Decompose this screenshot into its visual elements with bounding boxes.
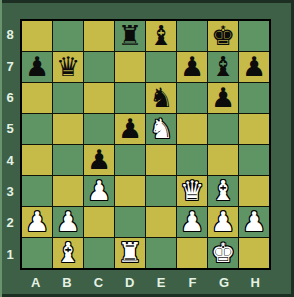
square-f1[interactable] xyxy=(177,238,207,268)
black-knight-e6[interactable]: ♞ xyxy=(149,83,173,113)
square-b2[interactable]: ♟ xyxy=(53,207,83,237)
black-bishop-e8[interactable]: ♝ xyxy=(149,21,173,51)
square-h3[interactable] xyxy=(239,176,269,206)
rank-labels: 87654321 xyxy=(0,19,20,270)
square-d1[interactable]: ♜ xyxy=(115,238,145,268)
black-pawn-g6[interactable]: ♟ xyxy=(211,83,235,113)
square-g3[interactable]: ♝ xyxy=(208,176,238,206)
square-e6[interactable]: ♞ xyxy=(146,83,176,113)
frame-edge-right xyxy=(291,0,294,297)
square-f4[interactable] xyxy=(177,145,207,175)
square-d6[interactable] xyxy=(115,83,145,113)
white-pawn-c3[interactable]: ♟ xyxy=(87,176,111,206)
square-d5[interactable]: ♟ xyxy=(115,114,145,144)
square-e1[interactable] xyxy=(146,238,176,268)
rank-label-4: 4 xyxy=(0,145,20,176)
square-g4[interactable] xyxy=(208,145,238,175)
square-f2[interactable]: ♟ xyxy=(177,207,207,237)
square-a5[interactable] xyxy=(22,114,52,144)
file-label-g: G xyxy=(208,270,239,294)
rank-label-8: 8 xyxy=(0,19,20,50)
square-e4[interactable] xyxy=(146,145,176,175)
square-e2[interactable] xyxy=(146,207,176,237)
black-rook-d8[interactable]: ♜ xyxy=(118,21,142,51)
black-king-g8[interactable]: ♚ xyxy=(211,21,235,51)
file-labels: ABCDEFGH xyxy=(20,270,271,294)
square-f6[interactable] xyxy=(177,83,207,113)
square-f7[interactable]: ♟ xyxy=(177,52,207,82)
square-h2[interactable]: ♟ xyxy=(239,207,269,237)
white-queen-f3[interactable]: ♛ xyxy=(180,176,204,206)
file-label-a: A xyxy=(20,270,51,294)
rank-label-1: 1 xyxy=(0,239,20,270)
square-e3[interactable] xyxy=(146,176,176,206)
square-h1[interactable] xyxy=(239,238,269,268)
square-f3[interactable]: ♛ xyxy=(177,176,207,206)
white-knight-e5[interactable]: ♞ xyxy=(149,114,173,144)
square-f8[interactable] xyxy=(177,21,207,51)
black-pawn-d5[interactable]: ♟ xyxy=(118,114,142,144)
white-king-g1[interactable]: ♚ xyxy=(211,238,235,268)
white-pawn-h2[interactable]: ♟ xyxy=(242,207,266,237)
frame-edge-top xyxy=(0,0,294,3)
black-pawn-c4[interactable]: ♟ xyxy=(87,145,111,175)
square-g2[interactable]: ♟ xyxy=(208,207,238,237)
file-label-c: C xyxy=(83,270,114,294)
white-bishop-b1[interactable]: ♝ xyxy=(56,238,80,268)
white-rook-d1[interactable]: ♜ xyxy=(118,238,142,268)
square-e7[interactable] xyxy=(146,52,176,82)
square-b1[interactable]: ♝ xyxy=(53,238,83,268)
square-c6[interactable] xyxy=(84,83,114,113)
rank-label-5: 5 xyxy=(0,113,20,144)
chess-board[interactable]: ♜♝♚♟♛♟♝♟♞♟♟♞♟♟♛♝♟♟♟♟♟♝♜♚ xyxy=(20,19,271,270)
black-pawn-h7[interactable]: ♟ xyxy=(242,52,266,82)
square-h4[interactable] xyxy=(239,145,269,175)
square-b6[interactable] xyxy=(53,83,83,113)
square-g7[interactable]: ♝ xyxy=(208,52,238,82)
square-a3[interactable] xyxy=(22,176,52,206)
square-c4[interactable]: ♟ xyxy=(84,145,114,175)
white-pawn-f2[interactable]: ♟ xyxy=(180,207,204,237)
square-a4[interactable] xyxy=(22,145,52,175)
square-a6[interactable] xyxy=(22,83,52,113)
square-g5[interactable] xyxy=(208,114,238,144)
rank-label-7: 7 xyxy=(0,50,20,81)
square-b4[interactable] xyxy=(53,145,83,175)
square-c3[interactable]: ♟ xyxy=(84,176,114,206)
square-b8[interactable] xyxy=(53,21,83,51)
square-b3[interactable] xyxy=(53,176,83,206)
square-g1[interactable]: ♚ xyxy=(208,238,238,268)
white-pawn-a2[interactable]: ♟ xyxy=(25,207,49,237)
square-g8[interactable]: ♚ xyxy=(208,21,238,51)
square-d4[interactable] xyxy=(115,145,145,175)
square-d7[interactable] xyxy=(115,52,145,82)
square-h8[interactable] xyxy=(239,21,269,51)
square-e8[interactable]: ♝ xyxy=(146,21,176,51)
square-h6[interactable] xyxy=(239,83,269,113)
square-b5[interactable] xyxy=(53,114,83,144)
black-bishop-g7[interactable]: ♝ xyxy=(211,52,235,82)
file-label-f: F xyxy=(177,270,208,294)
white-pawn-g2[interactable]: ♟ xyxy=(211,207,235,237)
white-pawn-b2[interactable]: ♟ xyxy=(56,207,80,237)
square-d8[interactable]: ♜ xyxy=(115,21,145,51)
file-label-h: H xyxy=(240,270,271,294)
square-c2[interactable] xyxy=(84,207,114,237)
square-c1[interactable] xyxy=(84,238,114,268)
square-h5[interactable] xyxy=(239,114,269,144)
white-bishop-g3[interactable]: ♝ xyxy=(211,176,235,206)
chess-board-window: 87654321 ♜♝♚♟♛♟♝♟♞♟♟♞♟♟♛♝♟♟♟♟♟♝♜♚ ABCDEF… xyxy=(0,0,294,297)
file-label-b: B xyxy=(51,270,82,294)
square-b7[interactable]: ♛ xyxy=(53,52,83,82)
black-queen-b7[interactable]: ♛ xyxy=(56,52,80,82)
square-c7[interactable] xyxy=(84,52,114,82)
square-c8[interactable] xyxy=(84,21,114,51)
rank-label-2: 2 xyxy=(0,207,20,238)
square-a2[interactable]: ♟ xyxy=(22,207,52,237)
square-a8[interactable] xyxy=(22,21,52,51)
square-a1[interactable] xyxy=(22,238,52,268)
square-a7[interactable]: ♟ xyxy=(22,52,52,82)
square-d3[interactable] xyxy=(115,176,145,206)
rank-label-3: 3 xyxy=(0,176,20,207)
square-h7[interactable]: ♟ xyxy=(239,52,269,82)
square-d2[interactable] xyxy=(115,207,145,237)
square-c5[interactable] xyxy=(84,114,114,144)
file-label-e: E xyxy=(146,270,177,294)
file-label-d: D xyxy=(114,270,145,294)
black-pawn-f7[interactable]: ♟ xyxy=(180,52,204,82)
black-pawn-a7[interactable]: ♟ xyxy=(25,52,49,82)
square-f5[interactable] xyxy=(177,114,207,144)
rank-label-6: 6 xyxy=(0,82,20,113)
square-g6[interactable]: ♟ xyxy=(208,83,238,113)
square-e5[interactable]: ♞ xyxy=(146,114,176,144)
